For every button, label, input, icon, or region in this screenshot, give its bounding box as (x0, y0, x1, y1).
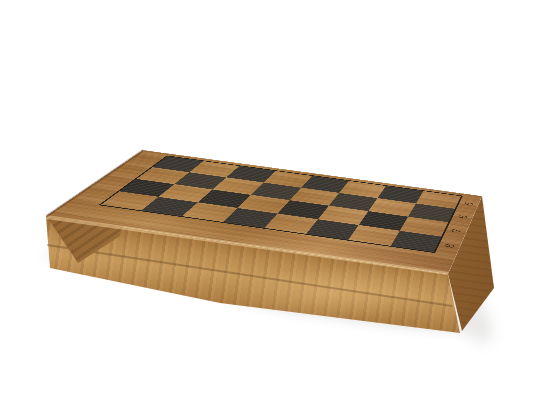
clasp-recess (205, 253, 237, 299)
rank-label-6: 6 (453, 212, 473, 222)
rank-label-5: 5 (459, 199, 478, 209)
rank-label-7: 7 (446, 225, 467, 236)
box-lid: 5 6 7 8 (0, 0, 533, 400)
rank-label-8: 8 (439, 240, 461, 252)
photo-scene: 5 6 7 8 (0, 0, 533, 400)
